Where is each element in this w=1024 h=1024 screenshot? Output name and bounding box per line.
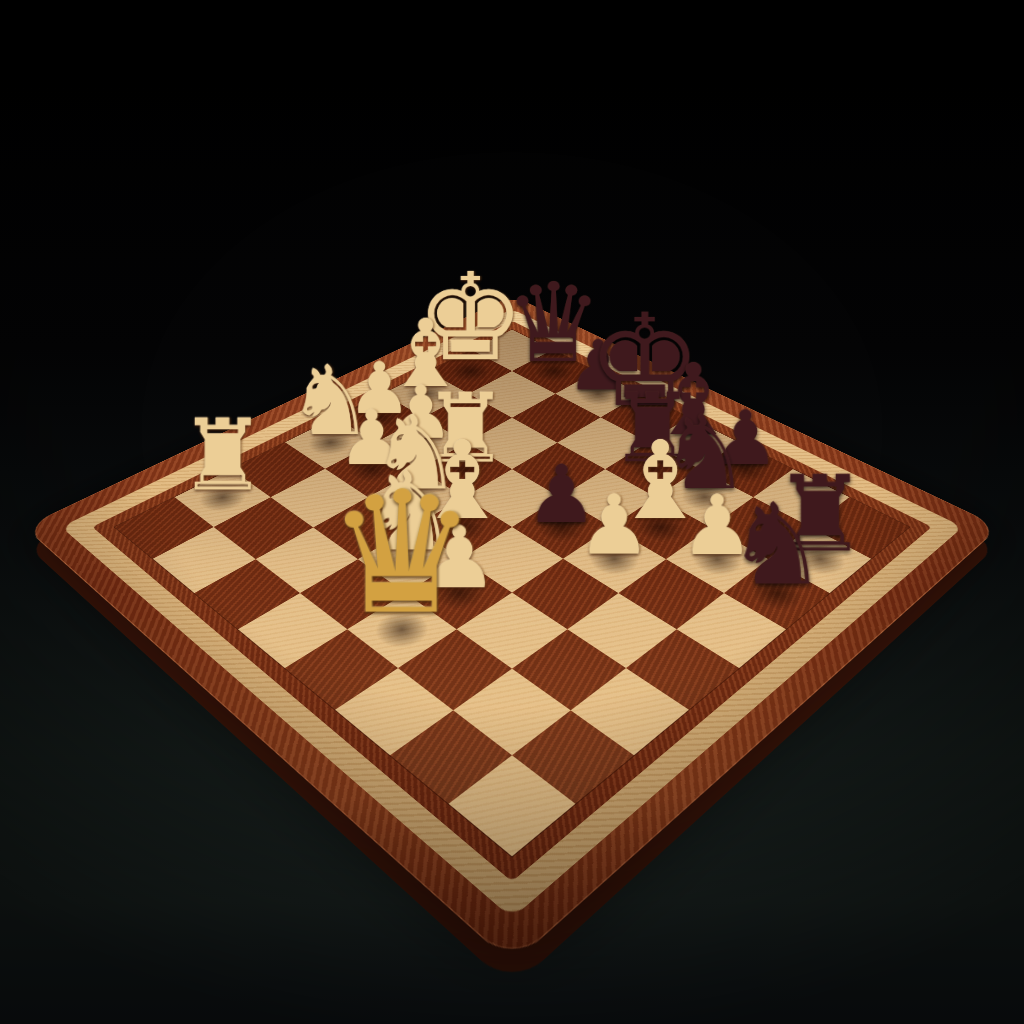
pieces-layer: ♚♝♟♞♜♟♜♟♞♝♞♟♛♟♝♟♛♟♚♝♟♜♞♜♞♟ xyxy=(115,330,910,857)
white-queen-gold-glyph: ♛ xyxy=(327,469,478,638)
white-rook-1-glyph: ♜ xyxy=(179,406,268,505)
black-knight-2-glyph: ♞ xyxy=(726,488,827,601)
perspective-scene: ♚♝♟♞♜♟♜♟♞♝♞♟♛♟♝♟♛♟♚♝♟♜♞♜♞♟ xyxy=(0,0,1024,1024)
white-pawn-5-glyph: ♟ xyxy=(578,485,652,568)
chess-board: ♚♝♟♞♜♟♜♟♞♝♞♟♛♟♝♟♛♟♚♝♟♜♞♜♞♟ xyxy=(24,295,1000,964)
photo-stage: ♚♝♟♞♜♟♜♟♞♝♞♟♛♟♝♟♛♟♚♝♟♜♞♜♞♟ xyxy=(0,0,1024,1024)
